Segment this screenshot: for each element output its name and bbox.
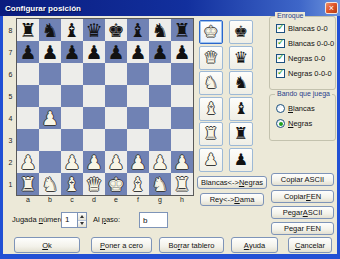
file-label-e: e xyxy=(105,196,127,205)
piece-black-pawn: ♟ xyxy=(173,41,190,63)
white-knight-icon: ♞ xyxy=(204,72,218,94)
square-d8[interactable]: ♛ xyxy=(83,19,105,41)
square-h8[interactable]: ♜ xyxy=(171,19,193,41)
dialog-title: Configurar posición xyxy=(0,4,81,13)
piece-black-pawn: ♟ xyxy=(107,41,124,63)
spin-up-button[interactable] xyxy=(78,213,86,221)
square-g8[interactable]: ♞ xyxy=(149,19,171,41)
file-label-c: c xyxy=(61,196,83,205)
piece-white-bishop: ♝ xyxy=(63,173,80,195)
palette-black-queen-button[interactable]: ♛ xyxy=(229,46,253,70)
square-a4[interactable] xyxy=(17,107,39,129)
rank-label-1: 1 xyxy=(5,173,16,195)
swap-colors-button[interactable]: Blancas<->Negras xyxy=(197,176,267,189)
cancel-button[interactable]: Cancelar xyxy=(288,237,332,253)
square-b6[interactable] xyxy=(39,63,61,85)
castle-black-queenside[interactable]: ✓ Negras 0-0-0 xyxy=(276,69,332,78)
piece-white-bishop: ♝ xyxy=(129,173,146,195)
file-labels: abcdefgh xyxy=(17,196,193,205)
side-to-move-title: Bando que juega xyxy=(275,90,332,97)
castle-white-kingside[interactable]: ✓ Blancas 0-0 xyxy=(276,24,328,33)
piece-black-pawn: ♟ xyxy=(19,41,36,63)
square-f6[interactable] xyxy=(127,63,149,85)
checkbox-checked-icon: ✓ xyxy=(276,69,285,78)
square-c2[interactable]: ♟ xyxy=(61,151,83,173)
castle-black-kingside[interactable]: ✓ Negras 0-0 xyxy=(276,54,325,63)
piece-black-knight: ♞ xyxy=(151,19,168,41)
checkbox-label: Negras 0-0 xyxy=(288,54,325,63)
move-number-label: Jugada número: xyxy=(12,215,66,224)
square-c6[interactable] xyxy=(61,63,83,85)
square-g5[interactable] xyxy=(149,85,171,107)
piece-white-pawn: ♟ xyxy=(63,151,80,173)
castle-white-queenside[interactable]: ✓ Blancas 0-0-0 xyxy=(276,39,334,48)
piece-black-knight: ♞ xyxy=(41,19,58,41)
file-label-b: b xyxy=(39,196,61,205)
black-queen-icon: ♛ xyxy=(234,47,248,69)
square-a2[interactable]: ♟ xyxy=(17,151,39,173)
palette-black-rook-button[interactable]: ♜ xyxy=(229,122,253,146)
piece-black-queen: ♛ xyxy=(85,19,102,41)
square-b5[interactable] xyxy=(39,85,61,107)
rank-label-3: 3 xyxy=(5,129,16,151)
piece-palette: ♚♚♛♛♞♞♝♝♜♜♟♟ xyxy=(199,20,255,176)
square-e2[interactable]: ♟ xyxy=(105,151,127,173)
square-d4[interactable] xyxy=(83,107,105,129)
rank-labels: 87654321 xyxy=(5,19,16,195)
black-pawn-icon: ♟ xyxy=(234,149,248,171)
square-b7[interactable]: ♟ xyxy=(39,41,61,63)
copy-ascii-button[interactable]: Copiar ASCII xyxy=(271,173,334,186)
piece-white-king: ♚ xyxy=(107,173,124,195)
radio-label: Blancas xyxy=(288,104,315,113)
square-h7[interactable]: ♟ xyxy=(171,41,193,63)
piece-black-rook: ♜ xyxy=(173,19,190,41)
piece-black-pawn: ♟ xyxy=(63,41,80,63)
piece-white-pawn: ♟ xyxy=(151,151,168,173)
piece-white-pawn: ♟ xyxy=(173,151,190,173)
square-d6[interactable] xyxy=(83,63,105,85)
square-a6[interactable] xyxy=(17,63,39,85)
palette-black-bishop-button[interactable]: ♝ xyxy=(229,97,253,121)
checkbox-label: Blancas 0-0 xyxy=(288,24,328,33)
arrow-down-icon xyxy=(80,222,84,225)
piece-white-pawn: ♟ xyxy=(19,151,36,173)
piece-black-bishop: ♝ xyxy=(63,19,80,41)
square-a5[interactable] xyxy=(17,85,39,107)
radio-label: Negras xyxy=(288,119,312,128)
file-label-f: f xyxy=(127,196,149,205)
rank-label-7: 7 xyxy=(5,41,16,63)
castling-group-title: Enroque xyxy=(275,12,305,19)
piece-white-pawn: ♟ xyxy=(129,151,146,173)
square-c5[interactable] xyxy=(61,85,83,107)
square-f1[interactable]: ♝ xyxy=(127,173,149,195)
square-d7[interactable]: ♟ xyxy=(83,41,105,63)
square-b2[interactable] xyxy=(39,151,61,173)
square-e7[interactable]: ♟ xyxy=(105,41,127,63)
piece-white-pawn: ♟ xyxy=(85,151,102,173)
square-d2[interactable]: ♟ xyxy=(83,151,105,173)
white-pawn-icon: ♟ xyxy=(204,149,218,171)
square-a8[interactable]: ♜ xyxy=(17,19,39,41)
side-white-radio[interactable]: Blancas xyxy=(276,104,315,113)
square-f4[interactable] xyxy=(127,107,149,129)
piece-black-rook: ♜ xyxy=(19,19,36,41)
arrow-up-icon xyxy=(80,215,84,218)
rank-label-5: 5 xyxy=(5,85,16,107)
palette-white-bishop-button[interactable]: ♝ xyxy=(199,97,223,121)
piece-black-pawn: ♟ xyxy=(41,41,58,63)
square-h5[interactable] xyxy=(171,85,193,107)
square-g1[interactable]: ♞ xyxy=(149,173,171,195)
piece-white-pawn: ♟ xyxy=(107,151,124,173)
square-b8[interactable]: ♞ xyxy=(39,19,61,41)
square-e6[interactable] xyxy=(105,63,127,85)
file-label-h: h xyxy=(171,196,193,205)
chess-board[interactable]: ♜♞♝♛♚♝♞♜♟♟♟♟♟♟♟♟♟♟♟♟♟♟♟♟♜♞♝♛♚♝♞♜ xyxy=(16,18,194,196)
square-e1[interactable]: ♚ xyxy=(105,173,127,195)
side-black-radio[interactable]: Negras xyxy=(276,119,312,128)
piece-black-pawn: ♟ xyxy=(129,41,146,63)
square-a3[interactable] xyxy=(17,129,39,151)
piece-white-knight: ♞ xyxy=(151,173,168,195)
checkbox-checked-icon: ✓ xyxy=(276,39,285,48)
spin-down-button[interactable] xyxy=(78,221,86,228)
black-knight-icon: ♞ xyxy=(234,72,248,94)
square-e4[interactable] xyxy=(105,107,127,129)
piece-white-pawn: ♟ xyxy=(41,107,58,129)
file-label-d: d xyxy=(83,196,105,205)
side-to-move-group: Bando que juega Blancas Negras xyxy=(269,94,336,141)
palette-white-king-button[interactable]: ♚ xyxy=(199,20,223,44)
reset-button[interactable]: Poner a cero xyxy=(91,237,152,253)
white-bishop-icon: ♝ xyxy=(204,98,218,120)
checkbox-label: Blancas 0-0-0 xyxy=(288,39,334,48)
en-passant-input[interactable] xyxy=(139,212,168,228)
square-c4[interactable] xyxy=(61,107,83,129)
square-e8[interactable]: ♚ xyxy=(105,19,127,41)
square-e3[interactable] xyxy=(105,129,127,151)
black-rook-icon: ♜ xyxy=(234,123,248,145)
rank-label-2: 2 xyxy=(5,151,16,173)
piece-black-pawn: ♟ xyxy=(85,41,102,63)
palette-white-rook-button[interactable]: ♜ xyxy=(199,122,223,146)
square-f3[interactable] xyxy=(127,129,149,151)
move-number-value: 1 xyxy=(62,213,77,227)
square-d1[interactable]: ♛ xyxy=(83,173,105,195)
piece-white-rook: ♜ xyxy=(19,173,36,195)
close-icon: × xyxy=(329,3,334,13)
square-g2[interactable]: ♟ xyxy=(149,151,171,173)
rank-label-4: 4 xyxy=(5,107,16,129)
square-f7[interactable]: ♟ xyxy=(127,41,149,63)
square-g6[interactable] xyxy=(149,63,171,85)
copy-fen-button[interactable]: Copiar FEN xyxy=(271,190,334,203)
palette-black-knight-button[interactable]: ♞ xyxy=(229,71,253,95)
square-c8[interactable]: ♝ xyxy=(61,19,83,41)
rank-label-6: 6 xyxy=(5,63,16,85)
square-g4[interactable] xyxy=(149,107,171,129)
white-queen-icon: ♛ xyxy=(204,47,218,69)
square-a1[interactable]: ♜ xyxy=(17,173,39,195)
clear-board-button[interactable]: Borrar tablero xyxy=(159,237,224,253)
piece-black-bishop: ♝ xyxy=(129,19,146,41)
palette-white-queen-button[interactable]: ♛ xyxy=(199,46,223,70)
square-h1[interactable]: ♜ xyxy=(171,173,193,195)
checkbox-label: Negras 0-0-0 xyxy=(288,69,332,78)
piece-white-queen: ♛ xyxy=(85,173,102,195)
square-h3[interactable] xyxy=(171,129,193,151)
move-number-spinner[interactable]: 1 xyxy=(61,212,87,228)
checkbox-checked-icon: ✓ xyxy=(276,54,285,63)
square-f2[interactable]: ♟ xyxy=(127,151,149,173)
paste-fen-button[interactable]: Pegar FEN xyxy=(271,222,334,235)
mirror-king-queen-button[interactable]: Rey<->Dama xyxy=(200,193,264,206)
ok-button[interactable]: Ok xyxy=(14,237,80,253)
square-g7[interactable]: ♟ xyxy=(149,41,171,63)
square-c1[interactable]: ♝ xyxy=(61,173,83,195)
paste-ascii-button[interactable]: Pegar ASCII xyxy=(271,206,334,219)
radio-unselected-icon xyxy=(276,104,285,113)
close-button[interactable]: × xyxy=(325,2,338,14)
palette-black-pawn-button[interactable]: ♟ xyxy=(229,148,253,172)
file-label-a: a xyxy=(17,196,39,205)
square-e5[interactable] xyxy=(105,85,127,107)
black-bishop-icon: ♝ xyxy=(234,98,248,120)
piece-white-rook: ♜ xyxy=(173,173,190,195)
square-c7[interactable]: ♟ xyxy=(61,41,83,63)
piece-white-knight: ♞ xyxy=(41,173,58,195)
square-h6[interactable] xyxy=(171,63,193,85)
file-label-g: g xyxy=(149,196,171,205)
square-f8[interactable]: ♝ xyxy=(127,19,149,41)
palette-black-king-button[interactable]: ♚ xyxy=(229,20,253,44)
en-passant-label: Al paso: xyxy=(93,215,120,224)
square-b3[interactable] xyxy=(39,129,61,151)
configure-position-dialog: Configurar posición × 87654321 ♜♞♝♛♚♝♞♜♟… xyxy=(0,0,340,259)
square-g3[interactable] xyxy=(149,129,171,151)
square-h4[interactable] xyxy=(171,107,193,129)
square-f5[interactable] xyxy=(127,85,149,107)
radio-selected-icon xyxy=(276,119,285,128)
piece-black-pawn: ♟ xyxy=(151,41,168,63)
square-b1[interactable]: ♞ xyxy=(39,173,61,195)
square-b4[interactable]: ♟ xyxy=(39,107,61,129)
checkbox-checked-icon: ✓ xyxy=(276,24,285,33)
square-d5[interactable] xyxy=(83,85,105,107)
white-king-icon: ♚ xyxy=(204,21,218,43)
palette-white-knight-button[interactable]: ♞ xyxy=(199,71,223,95)
square-c3[interactable] xyxy=(61,129,83,151)
rank-label-8: 8 xyxy=(5,19,16,41)
square-h2[interactable]: ♟ xyxy=(171,151,193,173)
square-d3[interactable] xyxy=(83,129,105,151)
black-king-icon: ♚ xyxy=(234,21,248,43)
castling-group: Enroque ✓ Blancas 0-0 ✓ Blancas 0-0-0 ✓ … xyxy=(269,16,336,90)
help-button[interactable]: Ayuda xyxy=(231,237,278,253)
palette-white-pawn-button[interactable]: ♟ xyxy=(199,148,223,172)
square-a7[interactable]: ♟ xyxy=(17,41,39,63)
piece-black-king: ♚ xyxy=(107,19,124,41)
white-rook-icon: ♜ xyxy=(204,123,218,145)
